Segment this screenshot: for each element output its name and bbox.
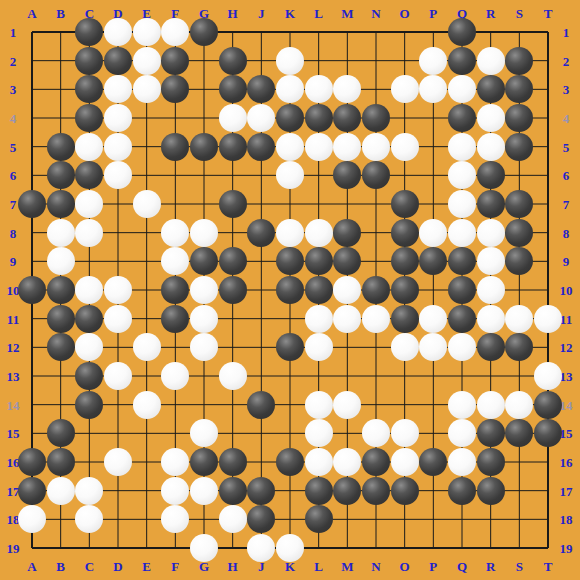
row-label-left-13: 13 bbox=[7, 370, 20, 383]
white-stone-G11 bbox=[190, 305, 218, 333]
white-stone-T11 bbox=[534, 305, 562, 333]
white-stone-B17 bbox=[47, 477, 75, 505]
white-stone-D13 bbox=[104, 362, 132, 390]
black-stone-Q17 bbox=[448, 477, 476, 505]
row-label-left-15: 15 bbox=[7, 427, 20, 440]
black-stone-L4 bbox=[305, 104, 333, 132]
col-label-bottom-S: S bbox=[516, 560, 523, 573]
black-stone-F11 bbox=[161, 305, 189, 333]
black-stone-S9 bbox=[505, 247, 533, 275]
row-label-left-7: 7 bbox=[10, 198, 17, 211]
white-stone-F1 bbox=[161, 18, 189, 46]
black-stone-G1 bbox=[190, 18, 218, 46]
row-label-right-5: 5 bbox=[563, 140, 570, 153]
white-stone-Q8 bbox=[448, 219, 476, 247]
black-stone-O11 bbox=[391, 305, 419, 333]
white-stone-P2 bbox=[419, 47, 447, 75]
col-label-top-B: B bbox=[56, 7, 65, 20]
white-stone-Q7 bbox=[448, 190, 476, 218]
black-stone-G9 bbox=[190, 247, 218, 275]
col-label-bottom-D: D bbox=[113, 560, 122, 573]
white-stone-H4 bbox=[219, 104, 247, 132]
white-stone-L5 bbox=[305, 133, 333, 161]
row-label-right-1: 1 bbox=[563, 26, 570, 39]
black-stone-M6 bbox=[333, 161, 361, 189]
black-stone-N17 bbox=[362, 477, 390, 505]
black-stone-C13 bbox=[75, 362, 103, 390]
white-stone-F13 bbox=[161, 362, 189, 390]
black-stone-A10 bbox=[18, 276, 46, 304]
white-stone-R2 bbox=[477, 47, 505, 75]
white-stone-K3 bbox=[276, 75, 304, 103]
white-stone-H13 bbox=[219, 362, 247, 390]
row-label-right-2: 2 bbox=[563, 54, 570, 67]
black-stone-R3 bbox=[477, 75, 505, 103]
white-stone-S11 bbox=[505, 305, 533, 333]
row-label-right-9: 9 bbox=[563, 255, 570, 268]
black-stone-B7 bbox=[47, 190, 75, 218]
black-stone-M17 bbox=[333, 477, 361, 505]
col-label-bottom-T: T bbox=[544, 560, 553, 573]
black-stone-J5 bbox=[247, 133, 275, 161]
black-stone-C14 bbox=[75, 391, 103, 419]
black-stone-H10 bbox=[219, 276, 247, 304]
black-stone-K9 bbox=[276, 247, 304, 275]
row-label-right-16: 16 bbox=[560, 456, 573, 469]
white-stone-P3 bbox=[419, 75, 447, 103]
white-stone-O16 bbox=[391, 448, 419, 476]
col-label-bottom-O: O bbox=[400, 560, 410, 573]
white-stone-L3 bbox=[305, 75, 333, 103]
white-stone-Q16 bbox=[448, 448, 476, 476]
white-stone-R14 bbox=[477, 391, 505, 419]
white-stone-M14 bbox=[333, 391, 361, 419]
col-label-top-K: K bbox=[285, 7, 295, 20]
white-stone-L14 bbox=[305, 391, 333, 419]
white-stone-G17 bbox=[190, 477, 218, 505]
white-stone-R4 bbox=[477, 104, 505, 132]
black-stone-Q9 bbox=[448, 247, 476, 275]
row-label-left-8: 8 bbox=[10, 226, 17, 239]
white-stone-D11 bbox=[104, 305, 132, 333]
black-stone-C6 bbox=[75, 161, 103, 189]
black-stone-R12 bbox=[477, 333, 505, 361]
white-stone-C5 bbox=[75, 133, 103, 161]
white-stone-M11 bbox=[333, 305, 361, 333]
col-label-bottom-N: N bbox=[371, 560, 380, 573]
white-stone-Q14 bbox=[448, 391, 476, 419]
white-stone-L12 bbox=[305, 333, 333, 361]
black-stone-L9 bbox=[305, 247, 333, 275]
col-label-top-A: A bbox=[27, 7, 36, 20]
row-label-right-7: 7 bbox=[563, 198, 570, 211]
black-stone-P16 bbox=[419, 448, 447, 476]
white-stone-C18 bbox=[75, 505, 103, 533]
white-stone-N11 bbox=[362, 305, 390, 333]
white-stone-T13 bbox=[534, 362, 562, 390]
black-stone-B15 bbox=[47, 419, 75, 447]
white-stone-J4 bbox=[247, 104, 275, 132]
black-stone-M9 bbox=[333, 247, 361, 275]
col-label-top-M: M bbox=[341, 7, 353, 20]
black-stone-P9 bbox=[419, 247, 447, 275]
white-stone-C17 bbox=[75, 477, 103, 505]
white-stone-G12 bbox=[190, 333, 218, 361]
white-stone-P11 bbox=[419, 305, 447, 333]
black-stone-B10 bbox=[47, 276, 75, 304]
black-stone-Q10 bbox=[448, 276, 476, 304]
black-stone-H3 bbox=[219, 75, 247, 103]
black-stone-H5 bbox=[219, 133, 247, 161]
white-stone-R9 bbox=[477, 247, 505, 275]
col-label-bottom-C: C bbox=[85, 560, 94, 573]
white-stone-C7 bbox=[75, 190, 103, 218]
row-label-left-9: 9 bbox=[10, 255, 17, 268]
col-label-top-S: S bbox=[516, 7, 523, 20]
white-stone-D6 bbox=[104, 161, 132, 189]
black-stone-R16 bbox=[477, 448, 505, 476]
white-stone-L16 bbox=[305, 448, 333, 476]
black-stone-O9 bbox=[391, 247, 419, 275]
black-stone-T15 bbox=[534, 419, 562, 447]
col-label-bottom-F: F bbox=[171, 560, 179, 573]
col-label-top-L: L bbox=[314, 7, 323, 20]
row-label-left-2: 2 bbox=[10, 54, 17, 67]
row-label-right-8: 8 bbox=[563, 226, 570, 239]
white-stone-D4 bbox=[104, 104, 132, 132]
white-stone-M5 bbox=[333, 133, 361, 161]
black-stone-O17 bbox=[391, 477, 419, 505]
black-stone-R6 bbox=[477, 161, 505, 189]
row-label-right-4: 4 bbox=[563, 112, 570, 125]
black-stone-A17 bbox=[18, 477, 46, 505]
black-stone-F10 bbox=[161, 276, 189, 304]
black-stone-C1 bbox=[75, 18, 103, 46]
white-stone-N5 bbox=[362, 133, 390, 161]
white-stone-R11 bbox=[477, 305, 505, 333]
black-stone-Q2 bbox=[448, 47, 476, 75]
black-stone-H16 bbox=[219, 448, 247, 476]
col-label-bottom-P: P bbox=[429, 560, 437, 573]
white-stone-E2 bbox=[133, 47, 161, 75]
row-label-left-3: 3 bbox=[10, 83, 17, 96]
white-stone-L8 bbox=[305, 219, 333, 247]
white-stone-E1 bbox=[133, 18, 161, 46]
white-stone-K8 bbox=[276, 219, 304, 247]
row-label-right-6: 6 bbox=[563, 169, 570, 182]
col-label-bottom-L: L bbox=[314, 560, 323, 573]
black-stone-M8 bbox=[333, 219, 361, 247]
row-label-right-3: 3 bbox=[563, 83, 570, 96]
black-stone-T14 bbox=[534, 391, 562, 419]
black-stone-R7 bbox=[477, 190, 505, 218]
col-label-top-O: O bbox=[400, 7, 410, 20]
black-stone-R15 bbox=[477, 419, 505, 447]
black-stone-S5 bbox=[505, 133, 533, 161]
col-label-top-J: J bbox=[258, 7, 265, 20]
white-stone-B9 bbox=[47, 247, 75, 275]
black-stone-K4 bbox=[276, 104, 304, 132]
white-stone-K6 bbox=[276, 161, 304, 189]
white-stone-O5 bbox=[391, 133, 419, 161]
white-stone-Q3 bbox=[448, 75, 476, 103]
col-label-top-P: P bbox=[429, 7, 437, 20]
white-stone-D5 bbox=[104, 133, 132, 161]
white-stone-C10 bbox=[75, 276, 103, 304]
white-stone-M10 bbox=[333, 276, 361, 304]
col-label-top-R: R bbox=[486, 7, 495, 20]
black-stone-M4 bbox=[333, 104, 361, 132]
white-stone-J19 bbox=[247, 534, 275, 562]
row-label-left-14: 14 bbox=[7, 398, 20, 411]
white-stone-F18 bbox=[161, 505, 189, 533]
black-stone-C4 bbox=[75, 104, 103, 132]
black-stone-N16 bbox=[362, 448, 390, 476]
white-stone-O12 bbox=[391, 333, 419, 361]
col-label-bottom-R: R bbox=[486, 560, 495, 573]
white-stone-P12 bbox=[419, 333, 447, 361]
black-stone-H7 bbox=[219, 190, 247, 218]
white-stone-D1 bbox=[104, 18, 132, 46]
col-label-bottom-M: M bbox=[341, 560, 353, 573]
black-stone-H2 bbox=[219, 47, 247, 75]
white-stone-H18 bbox=[219, 505, 247, 533]
row-label-left-4: 4 bbox=[10, 112, 17, 125]
white-stone-G15 bbox=[190, 419, 218, 447]
black-stone-F3 bbox=[161, 75, 189, 103]
white-stone-F17 bbox=[161, 477, 189, 505]
black-stone-G16 bbox=[190, 448, 218, 476]
white-stone-R8 bbox=[477, 219, 505, 247]
white-stone-L11 bbox=[305, 305, 333, 333]
white-stone-C12 bbox=[75, 333, 103, 361]
col-label-bottom-H: H bbox=[228, 560, 238, 573]
col-label-top-T: T bbox=[544, 7, 553, 20]
row-label-right-17: 17 bbox=[560, 484, 573, 497]
row-label-right-18: 18 bbox=[560, 513, 573, 526]
white-stone-G10 bbox=[190, 276, 218, 304]
black-stone-K10 bbox=[276, 276, 304, 304]
white-stone-M16 bbox=[333, 448, 361, 476]
row-label-left-12: 12 bbox=[7, 341, 20, 354]
black-stone-H9 bbox=[219, 247, 247, 275]
white-stone-P8 bbox=[419, 219, 447, 247]
col-label-bottom-E: E bbox=[142, 560, 151, 573]
black-stone-B5 bbox=[47, 133, 75, 161]
black-stone-K12 bbox=[276, 333, 304, 361]
col-label-bottom-B: B bbox=[56, 560, 65, 573]
white-stone-K5 bbox=[276, 133, 304, 161]
black-stone-J18 bbox=[247, 505, 275, 533]
white-stone-E12 bbox=[133, 333, 161, 361]
white-stone-B8 bbox=[47, 219, 75, 247]
row-label-right-19: 19 bbox=[560, 542, 573, 555]
black-stone-H17 bbox=[219, 477, 247, 505]
black-stone-N4 bbox=[362, 104, 390, 132]
white-stone-K2 bbox=[276, 47, 304, 75]
black-stone-C3 bbox=[75, 75, 103, 103]
col-label-top-H: H bbox=[228, 7, 238, 20]
white-stone-D10 bbox=[104, 276, 132, 304]
black-stone-C11 bbox=[75, 305, 103, 333]
black-stone-L10 bbox=[305, 276, 333, 304]
black-stone-O8 bbox=[391, 219, 419, 247]
white-stone-S14 bbox=[505, 391, 533, 419]
black-stone-S8 bbox=[505, 219, 533, 247]
white-stone-E14 bbox=[133, 391, 161, 419]
black-stone-J8 bbox=[247, 219, 275, 247]
white-stone-D3 bbox=[104, 75, 132, 103]
col-label-bottom-A: A bbox=[27, 560, 36, 573]
black-stone-B16 bbox=[47, 448, 75, 476]
white-stone-K19 bbox=[276, 534, 304, 562]
row-label-left-19: 19 bbox=[7, 542, 20, 555]
black-stone-N6 bbox=[362, 161, 390, 189]
black-stone-F2 bbox=[161, 47, 189, 75]
black-stone-B6 bbox=[47, 161, 75, 189]
white-stone-O3 bbox=[391, 75, 419, 103]
white-stone-E3 bbox=[133, 75, 161, 103]
black-stone-K16 bbox=[276, 448, 304, 476]
white-stone-F9 bbox=[161, 247, 189, 275]
row-label-left-5: 5 bbox=[10, 140, 17, 153]
black-stone-J3 bbox=[247, 75, 275, 103]
white-stone-Q12 bbox=[448, 333, 476, 361]
white-stone-Q6 bbox=[448, 161, 476, 189]
black-stone-S15 bbox=[505, 419, 533, 447]
black-stone-O10 bbox=[391, 276, 419, 304]
black-stone-O7 bbox=[391, 190, 419, 218]
black-stone-L18 bbox=[305, 505, 333, 533]
white-stone-A18 bbox=[18, 505, 46, 533]
black-stone-R17 bbox=[477, 477, 505, 505]
black-stone-S4 bbox=[505, 104, 533, 132]
black-stone-J14 bbox=[247, 391, 275, 419]
white-stone-Q15 bbox=[448, 419, 476, 447]
white-stone-L15 bbox=[305, 419, 333, 447]
black-stone-J17 bbox=[247, 477, 275, 505]
black-stone-B11 bbox=[47, 305, 75, 333]
white-stone-E7 bbox=[133, 190, 161, 218]
white-stone-M3 bbox=[333, 75, 361, 103]
white-stone-O15 bbox=[391, 419, 419, 447]
black-stone-Q4 bbox=[448, 104, 476, 132]
black-stone-C2 bbox=[75, 47, 103, 75]
white-stone-D16 bbox=[104, 448, 132, 476]
black-stone-B12 bbox=[47, 333, 75, 361]
white-stone-G19 bbox=[190, 534, 218, 562]
black-stone-A7 bbox=[18, 190, 46, 218]
black-stone-F5 bbox=[161, 133, 189, 161]
row-label-left-11: 11 bbox=[7, 312, 19, 325]
black-stone-S7 bbox=[505, 190, 533, 218]
white-stone-Q5 bbox=[448, 133, 476, 161]
white-stone-C8 bbox=[75, 219, 103, 247]
black-stone-G5 bbox=[190, 133, 218, 161]
white-stone-N15 bbox=[362, 419, 390, 447]
black-stone-D2 bbox=[104, 47, 132, 75]
row-label-right-10: 10 bbox=[560, 284, 573, 297]
row-label-left-1: 1 bbox=[10, 26, 17, 39]
white-stone-F16 bbox=[161, 448, 189, 476]
white-stone-R5 bbox=[477, 133, 505, 161]
black-stone-S3 bbox=[505, 75, 533, 103]
white-stone-R10 bbox=[477, 276, 505, 304]
col-label-bottom-Q: Q bbox=[457, 560, 467, 573]
black-stone-N10 bbox=[362, 276, 390, 304]
white-stone-G8 bbox=[190, 219, 218, 247]
col-label-top-N: N bbox=[371, 7, 380, 20]
row-label-right-12: 12 bbox=[560, 341, 573, 354]
black-stone-L17 bbox=[305, 477, 333, 505]
black-stone-S2 bbox=[505, 47, 533, 75]
white-stone-F8 bbox=[161, 219, 189, 247]
black-stone-Q11 bbox=[448, 305, 476, 333]
go-board-screen: AABBCCDDEEFFGGHHJJKKLLMMNNOOPPQQRRSSTT11… bbox=[0, 0, 580, 580]
black-stone-S12 bbox=[505, 333, 533, 361]
row-label-left-6: 6 bbox=[10, 169, 17, 182]
black-stone-Q1 bbox=[448, 18, 476, 46]
black-stone-A16 bbox=[18, 448, 46, 476]
